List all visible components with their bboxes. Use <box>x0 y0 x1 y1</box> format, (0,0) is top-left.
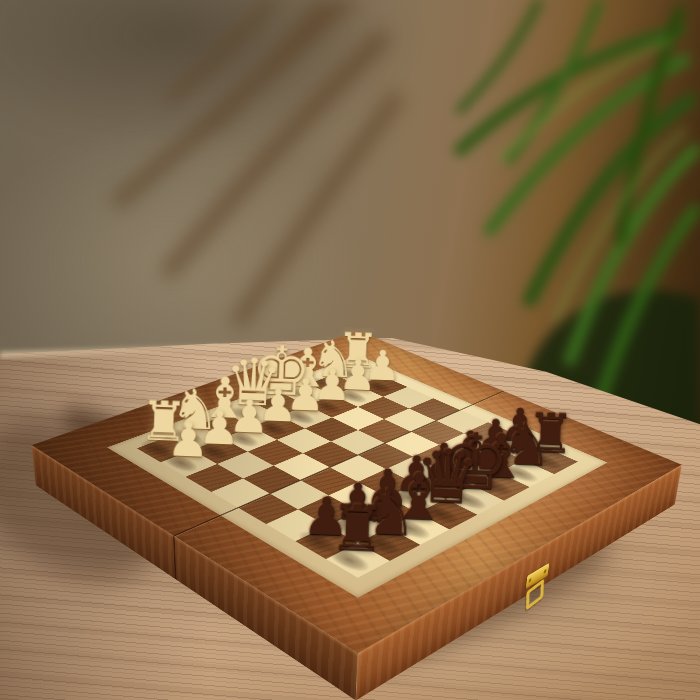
chess-piece-glyph: ♜ <box>304 495 411 562</box>
board-perspective-wrapper: ♜♞♟♝♟♚♟♛♟♝♟♞♟♟♜♟♟♜♟♟♞♟♝♟♚♟♛♟♝♟♞♜ <box>119 216 596 693</box>
clasp-screw <box>528 578 531 583</box>
photo-scene: ♜♞♟♝♟♚♟♛♟♝♟♞♟♟♜♟♟♜♟♟♞♟♝♟♚♟♛♟♝♟♞♜ <box>0 0 700 700</box>
clasp-screw <box>543 569 546 574</box>
chess-piece-glyph: ♟ <box>141 414 235 465</box>
